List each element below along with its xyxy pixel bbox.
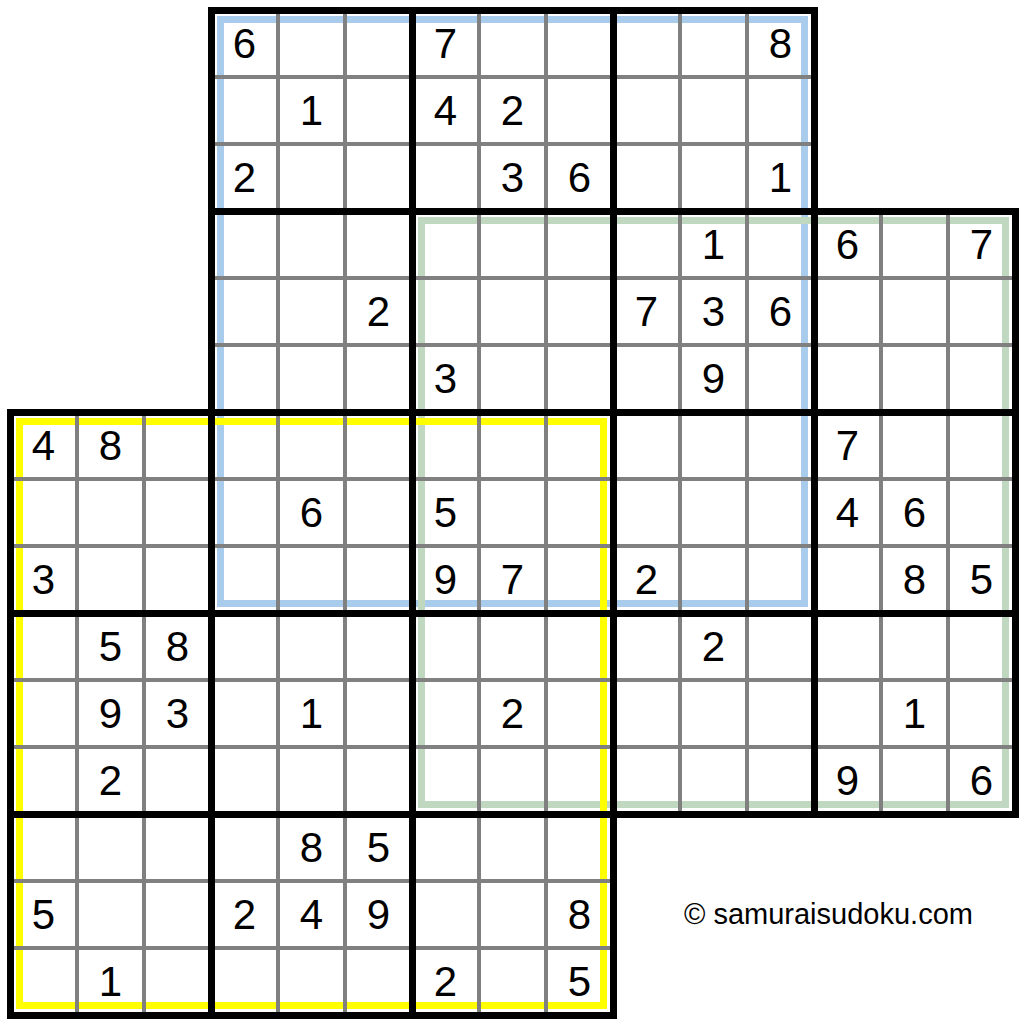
cell-r0c11[interactable]: 8 bbox=[747, 10, 814, 77]
cell-r8c13[interactable]: 8 bbox=[881, 546, 948, 613]
cell-r1c5[interactable] bbox=[345, 77, 412, 144]
cell-r5c8[interactable] bbox=[546, 345, 613, 412]
box-border-line bbox=[208, 7, 818, 14]
cell-r6c5[interactable] bbox=[345, 412, 412, 479]
cell-r3c8[interactable] bbox=[546, 211, 613, 278]
cell-r9c6[interactable] bbox=[412, 613, 479, 680]
cell-r6c8[interactable] bbox=[546, 412, 613, 479]
cell-r9c0[interactable] bbox=[10, 613, 77, 680]
cell-r6c11[interactable] bbox=[747, 412, 814, 479]
cell-r14c11 bbox=[747, 948, 814, 1015]
cell-r12c5[interactable]: 5 bbox=[345, 814, 412, 881]
cell-r2c7[interactable]: 3 bbox=[479, 144, 546, 211]
cell-r12c6[interactable] bbox=[412, 814, 479, 881]
cell-r5c5[interactable] bbox=[345, 345, 412, 412]
cell-r11c12[interactable]: 9 bbox=[814, 747, 881, 814]
cell-r10c8[interactable] bbox=[546, 680, 613, 747]
cell-r4c11[interactable]: 6 bbox=[747, 278, 814, 345]
cell-r1c12 bbox=[814, 77, 881, 144]
cell-r13c4[interactable]: 4 bbox=[278, 881, 345, 948]
cell-r12c7[interactable] bbox=[479, 814, 546, 881]
cell-r10c11[interactable] bbox=[747, 680, 814, 747]
cell-r0c2 bbox=[144, 10, 211, 77]
cell-r13c9 bbox=[613, 881, 680, 948]
cell-r6c6[interactable] bbox=[412, 412, 479, 479]
cell-r11c13[interactable] bbox=[881, 747, 948, 814]
cell-r8c6[interactable]: 9 bbox=[412, 546, 479, 613]
cell-r2c5[interactable] bbox=[345, 144, 412, 211]
cell-r4c9[interactable]: 7 bbox=[613, 278, 680, 345]
cell-r14c4[interactable] bbox=[278, 948, 345, 1015]
cell-r14c12 bbox=[814, 948, 881, 1015]
cell-r7c5[interactable] bbox=[345, 479, 412, 546]
cell-r12c11 bbox=[747, 814, 814, 881]
cell-r14c3[interactable] bbox=[211, 948, 278, 1015]
cell-r2c8[interactable]: 6 bbox=[546, 144, 613, 211]
cell-r5c11[interactable] bbox=[747, 345, 814, 412]
box-border-line bbox=[7, 811, 1019, 818]
cell-r11c8[interactable] bbox=[546, 747, 613, 814]
cell-r5c14[interactable] bbox=[948, 345, 1015, 412]
cell-r2c12 bbox=[814, 144, 881, 211]
box-border-line bbox=[1012, 208, 1019, 818]
cell-r12c2[interactable] bbox=[144, 814, 211, 881]
cell-r3c13[interactable] bbox=[881, 211, 948, 278]
cell-r14c7[interactable] bbox=[479, 948, 546, 1015]
cell-r5c1 bbox=[77, 345, 144, 412]
cell-r3c0 bbox=[10, 211, 77, 278]
cell-r11c7[interactable] bbox=[479, 747, 546, 814]
cell-r14c13 bbox=[881, 948, 948, 1015]
cell-r9c2[interactable]: 8 bbox=[144, 613, 211, 680]
cell-r2c10[interactable] bbox=[680, 144, 747, 211]
cell-r8c1[interactable] bbox=[77, 546, 144, 613]
cell-r6c9[interactable] bbox=[613, 412, 680, 479]
cell-r3c4[interactable] bbox=[278, 211, 345, 278]
cell-r10c9[interactable] bbox=[613, 680, 680, 747]
cell-r12c13 bbox=[881, 814, 948, 881]
box-border-line bbox=[7, 1012, 617, 1019]
cell-r12c3[interactable] bbox=[211, 814, 278, 881]
cell-r12c8[interactable] bbox=[546, 814, 613, 881]
cell-r10c7[interactable]: 2 bbox=[479, 680, 546, 747]
cell-r2c0 bbox=[10, 144, 77, 211]
cell-r2c9[interactable] bbox=[613, 144, 680, 211]
cell-r0c9[interactable] bbox=[613, 10, 680, 77]
cell-r3c1 bbox=[77, 211, 144, 278]
cell-r12c12 bbox=[814, 814, 881, 881]
cell-r7c9[interactable] bbox=[613, 479, 680, 546]
cell-r8c8[interactable] bbox=[546, 546, 613, 613]
cell-r4c6[interactable] bbox=[412, 278, 479, 345]
cell-r12c10 bbox=[680, 814, 747, 881]
cell-r1c6[interactable]: 4 bbox=[412, 77, 479, 144]
box-border-line bbox=[208, 7, 215, 1019]
cell-r8c0[interactable]: 3 bbox=[10, 546, 77, 613]
cell-r14c1[interactable]: 1 bbox=[77, 948, 144, 1015]
cell-r7c13[interactable]: 6 bbox=[881, 479, 948, 546]
cell-r0c8[interactable] bbox=[546, 10, 613, 77]
cell-r10c12[interactable] bbox=[814, 680, 881, 747]
cell-r1c1 bbox=[77, 77, 144, 144]
cell-r4c0 bbox=[10, 278, 77, 345]
cell-r8c10[interactable] bbox=[680, 546, 747, 613]
cell-r11c5[interactable] bbox=[345, 747, 412, 814]
cell-r1c9[interactable] bbox=[613, 77, 680, 144]
cell-r14c14 bbox=[948, 948, 1015, 1015]
cell-r9c5[interactable] bbox=[345, 613, 412, 680]
cell-r1c14 bbox=[948, 77, 1015, 144]
cell-r8c4[interactable] bbox=[278, 546, 345, 613]
cell-r0c5[interactable] bbox=[345, 10, 412, 77]
cell-r5c12[interactable] bbox=[814, 345, 881, 412]
cell-r10c10[interactable] bbox=[680, 680, 747, 747]
cell-r7c10[interactable] bbox=[680, 479, 747, 546]
cell-r7c6[interactable]: 5 bbox=[412, 479, 479, 546]
cell-r7c2[interactable] bbox=[144, 479, 211, 546]
cell-r1c2 bbox=[144, 77, 211, 144]
cell-r9c4[interactable] bbox=[278, 613, 345, 680]
cell-r1c4[interactable]: 1 bbox=[278, 77, 345, 144]
cell-r5c4[interactable] bbox=[278, 345, 345, 412]
box-border-line bbox=[7, 409, 1019, 416]
cell-r8c2[interactable] bbox=[144, 546, 211, 613]
cell-r6c13[interactable] bbox=[881, 412, 948, 479]
cell-r0c4[interactable] bbox=[278, 10, 345, 77]
cell-r5c6[interactable]: 3 bbox=[412, 345, 479, 412]
cell-r11c1[interactable]: 2 bbox=[77, 747, 144, 814]
cell-r9c3[interactable] bbox=[211, 613, 278, 680]
cell-r13c0[interactable]: 5 bbox=[10, 881, 77, 948]
cell-r7c0[interactable] bbox=[10, 479, 77, 546]
cell-r1c8[interactable] bbox=[546, 77, 613, 144]
cell-r4c3[interactable] bbox=[211, 278, 278, 345]
cell-r9c11[interactable] bbox=[747, 613, 814, 680]
cell-r12c9 bbox=[613, 814, 680, 881]
cell-r7c12[interactable]: 4 bbox=[814, 479, 881, 546]
cell-r10c14[interactable] bbox=[948, 680, 1015, 747]
cell-r12c4[interactable]: 8 bbox=[278, 814, 345, 881]
cell-r6c7[interactable] bbox=[479, 412, 546, 479]
cell-r3c9[interactable] bbox=[613, 211, 680, 278]
cell-r4c5[interactable]: 2 bbox=[345, 278, 412, 345]
cell-r2c1 bbox=[77, 144, 144, 211]
cell-r10c13[interactable]: 1 bbox=[881, 680, 948, 747]
cell-r10c4[interactable]: 1 bbox=[278, 680, 345, 747]
cell-r5c7[interactable] bbox=[479, 345, 546, 412]
cell-r5c13[interactable] bbox=[881, 345, 948, 412]
cell-r8c5[interactable] bbox=[345, 546, 412, 613]
cell-r11c9[interactable] bbox=[613, 747, 680, 814]
cell-r12c14 bbox=[948, 814, 1015, 881]
cell-r2c6[interactable] bbox=[412, 144, 479, 211]
cell-r9c8[interactable] bbox=[546, 613, 613, 680]
cell-r9c7[interactable] bbox=[479, 613, 546, 680]
cell-r3c14[interactable]: 7 bbox=[948, 211, 1015, 278]
cell-r6c1[interactable]: 8 bbox=[77, 412, 144, 479]
cell-r0c12 bbox=[814, 10, 881, 77]
cell-r5c10[interactable]: 9 bbox=[680, 345, 747, 412]
cell-r3c3[interactable] bbox=[211, 211, 278, 278]
cell-r3c2 bbox=[144, 211, 211, 278]
cell-r1c11[interactable] bbox=[747, 77, 814, 144]
cell-r0c10[interactable] bbox=[680, 10, 747, 77]
cell-r1c10[interactable] bbox=[680, 77, 747, 144]
cell-r5c2 bbox=[144, 345, 211, 412]
cell-r4c1 bbox=[77, 278, 144, 345]
cell-r14c10 bbox=[680, 948, 747, 1015]
cell-r7c7[interactable] bbox=[479, 479, 546, 546]
cell-r14c5[interactable] bbox=[345, 948, 412, 1015]
cell-r3c10[interactable]: 1 bbox=[680, 211, 747, 278]
cell-r1c0 bbox=[10, 77, 77, 144]
cell-r1c7[interactable]: 2 bbox=[479, 77, 546, 144]
cell-r2c2 bbox=[144, 144, 211, 211]
cell-r0c7[interactable] bbox=[479, 10, 546, 77]
cell-r7c1[interactable] bbox=[77, 479, 144, 546]
cell-r2c4[interactable] bbox=[278, 144, 345, 211]
cell-r8c14[interactable]: 5 bbox=[948, 546, 1015, 613]
cell-r0c14 bbox=[948, 10, 1015, 77]
cell-r13c5[interactable]: 9 bbox=[345, 881, 412, 948]
cell-r12c1[interactable] bbox=[77, 814, 144, 881]
cell-r1c3[interactable] bbox=[211, 77, 278, 144]
cell-r13c6[interactable] bbox=[412, 881, 479, 948]
cell-r14c8[interactable]: 5 bbox=[546, 948, 613, 1015]
cell-r11c3[interactable] bbox=[211, 747, 278, 814]
cell-r6c2[interactable] bbox=[144, 412, 211, 479]
cell-r3c12[interactable]: 6 bbox=[814, 211, 881, 278]
cell-r13c1[interactable] bbox=[77, 881, 144, 948]
cell-r2c14 bbox=[948, 144, 1015, 211]
cell-r2c3[interactable]: 2 bbox=[211, 144, 278, 211]
cell-r13c8[interactable]: 8 bbox=[546, 881, 613, 948]
cell-r9c9[interactable] bbox=[613, 613, 680, 680]
cell-r14c0[interactable] bbox=[10, 948, 77, 1015]
cell-r6c0[interactable]: 4 bbox=[10, 412, 77, 479]
cell-r10c6[interactable] bbox=[412, 680, 479, 747]
cell-r9c14[interactable] bbox=[948, 613, 1015, 680]
cell-r11c2[interactable] bbox=[144, 747, 211, 814]
cell-r8c11[interactable] bbox=[747, 546, 814, 613]
cell-r3c6[interactable] bbox=[412, 211, 479, 278]
cell-r4c14[interactable] bbox=[948, 278, 1015, 345]
cell-r0c13 bbox=[881, 10, 948, 77]
cell-r9c10[interactable]: 2 bbox=[680, 613, 747, 680]
cell-r8c9[interactable]: 2 bbox=[613, 546, 680, 613]
copyright-text: © samuraisudoku.com bbox=[684, 898, 973, 931]
cell-r8c7[interactable]: 7 bbox=[479, 546, 546, 613]
cell-r3c7[interactable] bbox=[479, 211, 546, 278]
cell-r11c14[interactable]: 6 bbox=[948, 747, 1015, 814]
cell-r8c3[interactable] bbox=[211, 546, 278, 613]
cell-r10c1[interactable]: 9 bbox=[77, 680, 144, 747]
cell-r7c4[interactable]: 6 bbox=[278, 479, 345, 546]
cell-r0c3[interactable]: 6 bbox=[211, 10, 278, 77]
cell-r6c10[interactable] bbox=[680, 412, 747, 479]
cell-r11c10[interactable] bbox=[680, 747, 747, 814]
cell-r11c4[interactable] bbox=[278, 747, 345, 814]
cell-r10c5[interactable] bbox=[345, 680, 412, 747]
cell-r12c0[interactable] bbox=[10, 814, 77, 881]
box-border-line bbox=[7, 610, 1019, 617]
cell-r13c3[interactable]: 2 bbox=[211, 881, 278, 948]
cell-r6c12[interactable]: 7 bbox=[814, 412, 881, 479]
cell-r9c12[interactable] bbox=[814, 613, 881, 680]
cell-r8c12[interactable] bbox=[814, 546, 881, 613]
cell-r11c0[interactable] bbox=[10, 747, 77, 814]
cell-r0c6[interactable]: 7 bbox=[412, 10, 479, 77]
cell-r9c1[interactable]: 5 bbox=[77, 613, 144, 680]
cell-r7c8[interactable] bbox=[546, 479, 613, 546]
cell-r6c3[interactable] bbox=[211, 412, 278, 479]
cell-r2c11[interactable]: 1 bbox=[747, 144, 814, 211]
cell-r13c7[interactable] bbox=[479, 881, 546, 948]
cell-r4c13[interactable] bbox=[881, 278, 948, 345]
cell-r2c13 bbox=[881, 144, 948, 211]
cell-r4c12[interactable] bbox=[814, 278, 881, 345]
cell-r11c6[interactable] bbox=[412, 747, 479, 814]
cell-r14c2[interactable] bbox=[144, 948, 211, 1015]
cell-r1c13 bbox=[881, 77, 948, 144]
cell-r6c4[interactable] bbox=[278, 412, 345, 479]
cell-r0c0 bbox=[10, 10, 77, 77]
cell-r4c2 bbox=[144, 278, 211, 345]
cell-r7c11[interactable] bbox=[747, 479, 814, 546]
sudoku-cell-grid: 6781422361167273639487654639728558293121… bbox=[10, 10, 1015, 1015]
cell-r10c3[interactable] bbox=[211, 680, 278, 747]
cell-r5c3[interactable] bbox=[211, 345, 278, 412]
cell-r7c3[interactable] bbox=[211, 479, 278, 546]
box-border-line bbox=[409, 7, 416, 1019]
cell-r0c1 bbox=[77, 10, 144, 77]
cell-r11c11[interactable] bbox=[747, 747, 814, 814]
cell-r4c10[interactable]: 3 bbox=[680, 278, 747, 345]
box-border-line bbox=[208, 208, 1019, 215]
cell-r14c9 bbox=[613, 948, 680, 1015]
cell-r4c7[interactable] bbox=[479, 278, 546, 345]
cell-r3c11[interactable] bbox=[747, 211, 814, 278]
cell-r4c4[interactable] bbox=[278, 278, 345, 345]
cell-r4c8[interactable] bbox=[546, 278, 613, 345]
cell-r10c0[interactable] bbox=[10, 680, 77, 747]
cell-r3c5[interactable] bbox=[345, 211, 412, 278]
cell-r13c2[interactable] bbox=[144, 881, 211, 948]
cell-r9c13[interactable] bbox=[881, 613, 948, 680]
cell-r7c14[interactable] bbox=[948, 479, 1015, 546]
cell-r14c6[interactable]: 2 bbox=[412, 948, 479, 1015]
cell-r6c14[interactable] bbox=[948, 412, 1015, 479]
samurai-sudoku-board: 6781422361167273639487654639728558293121… bbox=[0, 0, 1025, 1035]
cell-r10c2[interactable]: 3 bbox=[144, 680, 211, 747]
box-border-line bbox=[7, 409, 14, 1019]
cell-r5c0 bbox=[10, 345, 77, 412]
cell-r5c9[interactable] bbox=[613, 345, 680, 412]
box-border-line bbox=[610, 7, 617, 1019]
